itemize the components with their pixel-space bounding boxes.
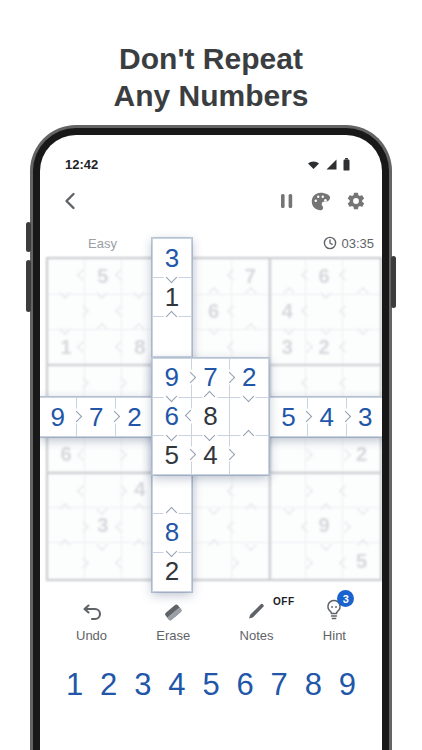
inequality-sign [164,428,179,443]
inequality-sign [183,447,198,462]
theme-button[interactable] [310,191,331,212]
clock-icon [323,236,337,250]
cell-signal-icon [325,158,338,170]
notes-button[interactable]: OFF Notes [240,599,274,643]
tagline: Don't RepeatAny Numbers [0,40,422,114]
inequality-sign [183,408,198,423]
phone-mockup: 12:42 E [30,125,392,750]
inequality-sign [299,409,314,424]
notes-label: Notes [240,628,274,643]
number-pad: 123456789 [40,667,382,703]
toolbar: Undo Erase OFF Notes 3 Hint [40,599,382,643]
inequality-sign [183,370,198,385]
inequality-sign [107,409,122,424]
undo-label: Undo [76,628,107,643]
numkey-3[interactable]: 3 [134,667,151,703]
erase-label: Erase [156,628,190,643]
hint-count-badge: 3 [337,590,354,607]
numkey-4[interactable]: 4 [168,667,185,703]
numkey-7[interactable]: 7 [271,667,288,703]
timer: 03:35 [323,236,374,251]
volume-down-button [26,260,31,312]
board: 576641832624395 3196582 97268543 9726854 [46,257,382,581]
notes-state-badge: OFF [273,596,295,607]
inequality-sign [164,505,179,520]
numkey-6[interactable]: 6 [236,667,253,703]
timer-value: 03:35 [341,236,374,251]
inequality-sign [164,309,179,324]
hint-label: Hint [323,628,346,643]
palette-icon [310,191,331,212]
settings-button[interactable] [346,191,366,211]
pause-button[interactable] [279,192,295,210]
phone-screen: 12:42 E [40,135,382,750]
pause-icon [279,192,295,210]
undo-icon [80,599,104,621]
highlighted-block: 9726854 [152,358,269,475]
inequality-sign [241,428,256,443]
pencil-icon: OFF [246,599,268,621]
numkey-5[interactable]: 5 [202,667,219,703]
inequality-sign [69,409,84,424]
eraser-icon [162,599,184,621]
gear-icon [346,191,366,211]
power-button [391,256,396,308]
lightbulb-icon: 3 [326,599,342,621]
battery-icon [343,158,350,171]
inequality-sign [202,428,217,443]
difficulty-label: Easy [88,236,117,251]
undo-button[interactable]: Undo [76,599,107,643]
inequality-sign [202,389,217,404]
inequality-sign [164,544,179,559]
erase-button[interactable]: Erase [156,599,190,643]
inequality-sign [222,447,237,462]
inequality-sign [338,409,353,424]
game-info-row: Easy 03:35 [40,234,382,252]
volume-up-button [26,222,31,252]
status-time: 12:42 [65,157,98,172]
tagline-line2: Any Numbers [113,79,308,112]
numkey-1[interactable]: 1 [66,667,83,703]
wifi-icon [307,158,320,170]
numkey-2[interactable]: 2 [100,667,117,703]
nav-bar [60,183,366,219]
numkey-8[interactable]: 8 [305,667,322,703]
inequality-sign [241,389,256,404]
status-icons [307,158,350,171]
status-bar: 12:42 [65,155,350,173]
back-chevron-icon [60,190,82,212]
inequality-sign [164,389,179,404]
inequality-sign [164,270,179,285]
hint-button[interactable]: 3 Hint [323,599,346,643]
inequality-sign [222,370,237,385]
numkey-9[interactable]: 9 [339,667,356,703]
tagline-line1: Don't Repeat [119,42,303,75]
back-button[interactable] [60,190,82,212]
